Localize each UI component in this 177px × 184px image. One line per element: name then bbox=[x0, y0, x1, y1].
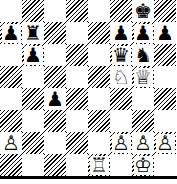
square-g7[interactable]: ♟ bbox=[132, 22, 154, 44]
white-pawn: ♙ bbox=[156, 134, 175, 153]
square-b2[interactable] bbox=[22, 132, 44, 154]
square-d6[interactable] bbox=[66, 44, 88, 66]
square-c6[interactable] bbox=[44, 44, 66, 66]
square-b5[interactable] bbox=[22, 66, 44, 88]
square-h4[interactable] bbox=[154, 88, 176, 110]
white-pawn: ♙ bbox=[134, 134, 153, 153]
square-b6[interactable]: ♟ bbox=[22, 44, 44, 66]
chess-diagram: ♚♟♜♟♟♟♟♛♞♘♕♟♙♙♙♙♖♔ bbox=[0, 0, 177, 184]
square-e8[interactable] bbox=[88, 0, 110, 22]
square-a1[interactable] bbox=[0, 154, 22, 176]
square-f6[interactable]: ♛ bbox=[110, 44, 132, 66]
square-h7[interactable]: ♟ bbox=[154, 22, 176, 44]
square-a8[interactable] bbox=[0, 0, 22, 22]
square-d5[interactable] bbox=[66, 66, 88, 88]
square-d1[interactable] bbox=[66, 154, 88, 176]
board-bottom-margin bbox=[0, 179, 177, 184]
square-e1[interactable]: ♖ bbox=[88, 154, 110, 176]
square-a6[interactable] bbox=[0, 44, 22, 66]
black-pawn: ♟ bbox=[112, 24, 131, 43]
square-a2[interactable]: ♙ bbox=[0, 132, 22, 154]
black-pawn: ♟ bbox=[156, 24, 175, 43]
square-f8[interactable] bbox=[110, 0, 132, 22]
square-c2[interactable] bbox=[44, 132, 66, 154]
square-e4[interactable] bbox=[88, 88, 110, 110]
square-h6[interactable] bbox=[154, 44, 176, 66]
square-e6[interactable] bbox=[88, 44, 110, 66]
square-a3[interactable] bbox=[0, 110, 22, 132]
white-pawn: ♙ bbox=[2, 134, 21, 153]
square-d3[interactable] bbox=[66, 110, 88, 132]
square-b4[interactable] bbox=[22, 88, 44, 110]
square-c7[interactable] bbox=[44, 22, 66, 44]
square-c4[interactable]: ♟ bbox=[44, 88, 66, 110]
black-pawn: ♟ bbox=[46, 90, 65, 109]
square-h3[interactable] bbox=[154, 110, 176, 132]
square-d4[interactable] bbox=[66, 88, 88, 110]
square-b7[interactable]: ♜ bbox=[22, 22, 44, 44]
square-e7[interactable] bbox=[88, 22, 110, 44]
white-queen: ♕ bbox=[134, 68, 153, 87]
square-a7[interactable]: ♟ bbox=[0, 22, 22, 44]
square-b1[interactable] bbox=[22, 154, 44, 176]
square-e2[interactable] bbox=[88, 132, 110, 154]
black-rook: ♜ bbox=[24, 24, 43, 43]
white-knight: ♘ bbox=[112, 68, 131, 87]
square-f1[interactable] bbox=[110, 154, 132, 176]
square-d8[interactable] bbox=[66, 0, 88, 22]
square-b8[interactable] bbox=[22, 0, 44, 22]
square-f7[interactable]: ♟ bbox=[110, 22, 132, 44]
square-g6[interactable]: ♞ bbox=[132, 44, 154, 66]
square-e5[interactable] bbox=[88, 66, 110, 88]
black-pawn: ♟ bbox=[2, 24, 21, 43]
square-c1[interactable] bbox=[44, 154, 66, 176]
white-rook: ♖ bbox=[90, 156, 109, 175]
square-c3[interactable] bbox=[44, 110, 66, 132]
square-a5[interactable] bbox=[0, 66, 22, 88]
square-h2[interactable]: ♙ bbox=[154, 132, 176, 154]
square-g4[interactable] bbox=[132, 88, 154, 110]
white-king: ♔ bbox=[134, 156, 153, 175]
square-h5[interactable] bbox=[154, 66, 176, 88]
black-knight: ♞ bbox=[134, 46, 153, 65]
square-f3[interactable] bbox=[110, 110, 132, 132]
square-h1[interactable] bbox=[154, 154, 176, 176]
chess-board: ♚♟♜♟♟♟♟♛♞♘♕♟♙♙♙♙♖♔ bbox=[0, 0, 176, 176]
black-pawn: ♟ bbox=[24, 46, 43, 65]
square-e3[interactable] bbox=[88, 110, 110, 132]
square-c5[interactable] bbox=[44, 66, 66, 88]
square-b3[interactable] bbox=[22, 110, 44, 132]
square-f4[interactable] bbox=[110, 88, 132, 110]
square-g2[interactable]: ♙ bbox=[132, 132, 154, 154]
square-g3[interactable] bbox=[132, 110, 154, 132]
square-f2[interactable]: ♙ bbox=[110, 132, 132, 154]
white-pawn: ♙ bbox=[112, 134, 131, 153]
square-f5[interactable]: ♘ bbox=[110, 66, 132, 88]
square-d2[interactable] bbox=[66, 132, 88, 154]
black-king: ♚ bbox=[134, 2, 153, 21]
square-g8[interactable]: ♚ bbox=[132, 0, 154, 22]
square-d7[interactable] bbox=[66, 22, 88, 44]
black-queen: ♛ bbox=[112, 46, 131, 65]
square-c8[interactable] bbox=[44, 0, 66, 22]
square-g1[interactable]: ♔ bbox=[132, 154, 154, 176]
black-pawn: ♟ bbox=[134, 24, 153, 43]
square-a4[interactable] bbox=[0, 88, 22, 110]
square-g5[interactable]: ♕ bbox=[132, 66, 154, 88]
square-h8[interactable] bbox=[154, 0, 176, 22]
